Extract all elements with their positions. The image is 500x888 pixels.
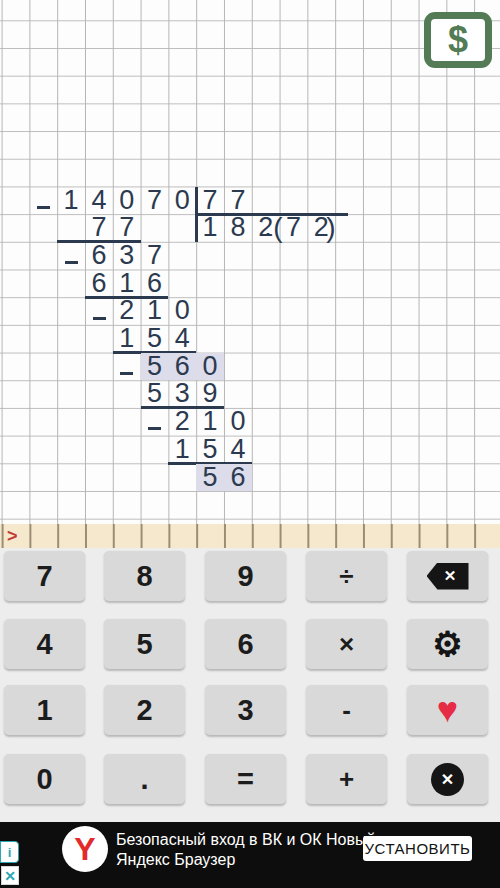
close-ad-icon: ✕ [4, 868, 16, 884]
key-4[interactable]: 4 [4, 619, 85, 669]
key-label: 9 [237, 560, 253, 593]
highlighted-digit: 5 [196, 464, 224, 492]
input-prompt: > [7, 525, 18, 547]
heart-icon: ♥ [437, 692, 458, 728]
key-heart[interactable]: ♥ [407, 685, 488, 735]
key-3[interactable]: 3 [205, 685, 286, 735]
answer-input-bar[interactable]: > [0, 524, 500, 548]
key-label: 2 [136, 694, 152, 727]
dollar-icon: $ [448, 22, 468, 58]
division-digit: 0 [113, 187, 141, 215]
highlighted-digit: 6 [168, 353, 196, 381]
key-7[interactable]: 7 [4, 551, 85, 601]
key-1[interactable]: 1 [4, 685, 85, 735]
division-digit: 4 [224, 436, 252, 464]
key-plus[interactable]: + [306, 754, 387, 804]
key-settings[interactable]: ⚙ [407, 619, 488, 669]
minus-sign [93, 317, 106, 320]
division-digit: 7 [141, 242, 169, 270]
key-label: 1 [36, 694, 52, 727]
key-backspace[interactable]: ✕ [407, 551, 488, 601]
key-label: 4 [36, 628, 52, 661]
minus-sign [148, 427, 161, 430]
key-label: . [140, 763, 148, 796]
division-bracket-horizontal [196, 213, 348, 216]
minus-sign [120, 372, 133, 375]
quotient-mark: ( [271, 214, 285, 242]
division-digit: 7 [85, 214, 113, 242]
minus-sign [37, 206, 50, 209]
division-digit: 1 [168, 436, 196, 464]
yandex-logo: Y [62, 826, 108, 872]
division-digit: 6 [85, 270, 113, 298]
key-5[interactable]: 5 [104, 619, 185, 669]
division-digit: 4 [168, 325, 196, 353]
quotient-digit: 1 [196, 214, 224, 242]
division-digit: 0 [168, 297, 196, 325]
key-8[interactable]: 8 [104, 551, 185, 601]
quotient-mark: ) [324, 214, 338, 242]
quotient-digit: 8 [224, 214, 252, 242]
key-2[interactable]: 2 [104, 685, 185, 735]
backspace-icon: ✕ [427, 563, 469, 590]
division-digit: 9 [196, 380, 224, 408]
minus-sign [65, 261, 78, 264]
division-digit: 6 [141, 270, 169, 298]
key-6[interactable]: 6 [205, 619, 286, 669]
key-label: 0 [36, 763, 52, 796]
gear-icon: ⚙ [432, 627, 462, 661]
info-icon: i [8, 845, 12, 860]
highlighted-digit: 0 [196, 353, 224, 381]
division-digit: 7 [113, 214, 141, 242]
division-digit: 5 [196, 436, 224, 464]
yandex-y-icon: Y [74, 833, 95, 865]
division-digit: 5 [141, 380, 169, 408]
division-digit: 3 [168, 380, 196, 408]
division-digit: 0 [168, 187, 196, 215]
division-digit: 2 [113, 297, 141, 325]
division-digit: 6 [85, 242, 113, 270]
key-label: ÷ [339, 561, 353, 592]
division-digit: 5 [141, 325, 169, 353]
key-label: = [237, 763, 254, 796]
ad-text: Безопасный вход в ВК и ОК Новый Яндекс Б… [116, 830, 375, 870]
ad-info-chip[interactable]: i [0, 841, 19, 863]
install-button[interactable]: УСТАНОВИТЬ [363, 836, 472, 861]
key-divide[interactable]: ÷ [306, 551, 387, 601]
graph-paper: $ 14070776376162101545605392101545677182… [0, 0, 500, 524]
highlighted-digit: 6 [224, 464, 252, 492]
ad-line1: Безопасный вход в ВК и ОК Новый [116, 830, 375, 850]
key-close[interactable]: ✕ [407, 754, 488, 804]
app-screen: $ 14070776376162101545605392101545677182… [0, 0, 500, 888]
key-label: 7 [36, 560, 52, 593]
ad-banner[interactable]: i ✕ Y Безопасный вход в ВК и ОК Новый Ян… [0, 822, 500, 888]
key-multiply[interactable]: × [306, 619, 387, 669]
divisor-digit: 7 [224, 187, 252, 215]
power-close-icon: ✕ [431, 763, 464, 796]
division-digit: 3 [113, 242, 141, 270]
key-0[interactable]: 0 [4, 754, 85, 804]
key-label: + [339, 764, 354, 795]
key-label: × [339, 629, 354, 660]
division-digit: 7 [141, 187, 169, 215]
key-label: 5 [136, 628, 152, 661]
division-digit: 1 [57, 187, 85, 215]
money-button[interactable]: $ [424, 12, 492, 68]
divisor-digit: 7 [196, 187, 224, 215]
key-label: 6 [237, 628, 253, 661]
ad-close-chip[interactable]: ✕ [1, 866, 19, 885]
keypad: 789÷✕456×⚙123-♥0.=+✕ [0, 548, 500, 822]
key-equals[interactable]: = [205, 754, 286, 804]
highlighted-digit: 5 [141, 353, 169, 381]
division-digit: 1 [196, 408, 224, 436]
key-label: 3 [237, 694, 253, 727]
key-minus[interactable]: - [306, 685, 387, 735]
division-digit: 2 [168, 408, 196, 436]
division-digit: 1 [113, 325, 141, 353]
division-digit: 0 [224, 408, 252, 436]
key-9[interactable]: 9 [205, 551, 286, 601]
division-digit: 1 [141, 297, 169, 325]
division-digit: 4 [85, 187, 113, 215]
key-label: - [342, 695, 351, 726]
key-decimal-point[interactable]: . [104, 754, 185, 804]
ad-line2: Яндекс Браузер [116, 850, 375, 870]
key-label: 8 [136, 560, 152, 593]
division-digit: 1 [113, 270, 141, 298]
